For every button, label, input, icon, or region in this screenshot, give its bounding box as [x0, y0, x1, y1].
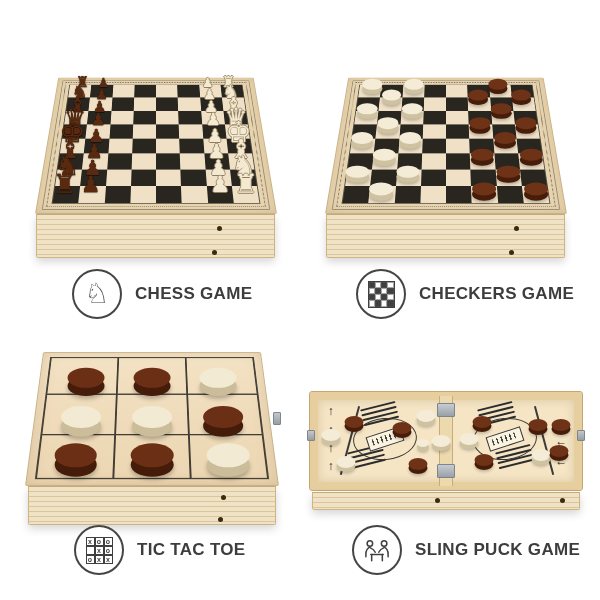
board-square: [201, 124, 226, 138]
sling-puck-brown: [552, 419, 571, 431]
tictactoe-icon-cell: x: [86, 537, 95, 546]
board-square: [107, 139, 132, 154]
board-square: [83, 139, 108, 154]
sling-puck-brown: [475, 454, 494, 466]
board-square: [78, 186, 105, 203]
board-square: [105, 169, 131, 185]
board-square: [521, 186, 549, 203]
board-square: [88, 98, 111, 111]
metal-clasp: [307, 430, 315, 441]
board-square: [370, 169, 396, 185]
board-square: [104, 186, 130, 203]
board-square: [378, 98, 401, 111]
board-square: [131, 139, 155, 154]
board-square: [180, 169, 206, 185]
box-hole: [560, 498, 565, 503]
board-square: [156, 186, 182, 203]
board-square: [519, 169, 546, 185]
board-square: [354, 111, 378, 125]
checkers-caption-label: CHECKERS GAME: [419, 284, 574, 304]
metal-clasp: [577, 430, 585, 441]
board-square: [488, 85, 511, 98]
right-goal-line: [534, 406, 554, 475]
board-square: [180, 154, 205, 170]
board-square: [421, 154, 446, 170]
board-square: [68, 85, 91, 98]
board-square: [491, 124, 516, 138]
board-square: [420, 169, 445, 185]
board-square: [181, 186, 207, 203]
sling-puck-brown: [393, 422, 412, 434]
chess-board-surface: [35, 78, 277, 214]
tictactoe-board-tilt: [22, 336, 282, 488]
board-square: [224, 124, 249, 138]
board-square: [156, 169, 181, 185]
two-players-at-table-icon: [352, 525, 402, 575]
board-square: [468, 111, 491, 125]
board-square: [446, 124, 469, 138]
board-square: [112, 85, 134, 98]
board-square: [401, 98, 424, 111]
board-square: [229, 169, 256, 185]
box-hole: [218, 517, 223, 522]
board-square: [178, 124, 202, 138]
board-square: [421, 139, 445, 154]
board-square: [202, 139, 227, 154]
board-square: [395, 169, 421, 185]
sling-puck-brown: [529, 419, 548, 431]
checkerboard-icon: [356, 269, 406, 319]
board-square: [358, 85, 381, 98]
board-square: [422, 124, 445, 138]
board-square: [52, 186, 80, 203]
tictactoe-cell: [36, 434, 115, 478]
board-square: [178, 111, 201, 125]
board-square: [220, 85, 243, 98]
slingpuck-board-surface: ↑↑↑↑←←←: [310, 392, 582, 490]
sling-puck-white: [531, 449, 550, 461]
board-square: [156, 98, 178, 111]
up-arrow-icon: ↑: [328, 459, 334, 473]
tictactoe-caption: xooxooxx TIC TAC TOE: [74, 524, 245, 576]
board-square: [396, 154, 421, 170]
board-square: [59, 139, 85, 154]
board-square: [446, 111, 469, 125]
sling-puck-white: [321, 429, 340, 441]
tictactoe-icon-cell: x: [104, 555, 113, 564]
board-square: [177, 85, 199, 98]
tictactoe-board-photo: [22, 336, 282, 526]
board-square: [132, 124, 155, 138]
board-square: [470, 169, 496, 185]
board-square: [198, 85, 221, 98]
board-square: [516, 139, 542, 154]
board-square: [200, 111, 224, 125]
checkers-board-surface: [325, 78, 567, 214]
board-square: [356, 98, 380, 111]
checkers-board-tilt: [318, 46, 573, 216]
tictactoe-cell: [113, 434, 190, 478]
board-square: [420, 186, 446, 203]
board-square: [206, 186, 233, 203]
board-square: [471, 186, 497, 203]
board-square: [199, 98, 222, 111]
up-arrow-icon: ↑: [328, 404, 334, 418]
board-square: [470, 154, 495, 170]
tictactoe-icon-cell: x: [95, 546, 104, 555]
board-square: [446, 154, 471, 170]
board-square: [134, 85, 156, 98]
board-square: [66, 98, 90, 111]
slingpuck-caption-label: SLING PUCK GAME: [415, 540, 580, 560]
board-square: [402, 85, 424, 98]
tictactoe-icon-cell: x: [95, 555, 104, 564]
board-square: [111, 98, 134, 111]
board-square: [373, 139, 398, 154]
board-square: [133, 98, 155, 111]
board-square: [177, 98, 200, 111]
board-square: [468, 124, 492, 138]
board-square: [352, 124, 377, 138]
board-square: [495, 169, 521, 185]
board-square: [446, 139, 470, 154]
up-arrow-icon: ↑: [328, 441, 334, 455]
board-square: [228, 154, 254, 170]
tictactoe-icon-cell: [86, 546, 95, 555]
tictactoe-board-surface: [25, 352, 279, 486]
sling-puck-white: [460, 433, 479, 445]
sling-puck-white: [431, 435, 450, 447]
checkers-box-front: [326, 214, 565, 258]
checkers-board-photo: [318, 46, 573, 258]
board-square: [446, 98, 468, 111]
chess-box-front: [36, 214, 275, 258]
tictactoe-caption-label: TIC TAC TOE: [137, 540, 245, 560]
sling-puck-brown: [344, 416, 363, 428]
board-square: [518, 154, 544, 170]
sling-puck-white: [417, 439, 429, 447]
board-square: [204, 154, 230, 170]
board-square: [423, 98, 445, 111]
board-square: [490, 111, 514, 125]
board-square: [226, 139, 252, 154]
board-square: [399, 124, 423, 138]
tictactoe-cell: [115, 394, 189, 434]
board-square: [221, 98, 245, 111]
board-square: [467, 98, 490, 111]
board-square: [489, 98, 512, 111]
board-square: [205, 169, 231, 185]
metal-clasp: [273, 412, 281, 425]
board-square: [156, 85, 178, 98]
chess-board-photo: ♜♞♝♛♚♝♞♜♟♟♟♟♟♟♟♟♟♟♟♟♟♟♟♟♜♞♝♛♚♝♞♜: [28, 46, 283, 258]
board-square: [375, 124, 400, 138]
tictactoe-icon-cell: o: [104, 546, 113, 555]
tictactoe-cell: [189, 434, 268, 478]
box-hole: [221, 495, 226, 500]
box-hole: [509, 250, 514, 255]
board-square: [80, 169, 106, 185]
board-square: [394, 186, 420, 203]
board-square: [55, 169, 82, 185]
board-square: [130, 186, 156, 203]
slingpuck-caption: SLING PUCK GAME: [352, 524, 580, 576]
board-square: [496, 186, 523, 203]
board-square: [110, 111, 133, 125]
two-players-at-table-glyph: [361, 537, 393, 564]
chess-caption-label: CHESS GAME: [135, 284, 252, 304]
tictactoe-icon-cell: o: [86, 555, 95, 564]
knight-icon: ♘: [72, 269, 122, 319]
checkerboard-icon-cell: [387, 300, 393, 306]
board-square: [179, 139, 204, 154]
tictactoe-cell: [117, 358, 187, 395]
board-square: [156, 124, 179, 138]
board-square: [347, 154, 373, 170]
chess-caption: ♘ CHESS GAME: [72, 268, 252, 320]
sling-puck-brown: [549, 445, 568, 457]
board-square: [514, 124, 539, 138]
sling-puck-brown: [408, 458, 427, 470]
slingpuck-playfield: ↑↑↑↑←←←: [318, 400, 574, 482]
board-square: [492, 139, 517, 154]
board-square: [82, 154, 108, 170]
box-hole: [217, 226, 222, 231]
board-square: [106, 154, 131, 170]
board-square: [223, 111, 247, 125]
board-square: [446, 186, 472, 203]
board-square: [423, 111, 446, 125]
board-square: [130, 169, 155, 185]
sling-puck-white: [337, 456, 356, 468]
board-square: [469, 139, 494, 154]
tictactoe-grid-icon: xooxooxx: [74, 525, 124, 575]
board-square: [85, 124, 110, 138]
tictactoe-cell: [187, 394, 262, 434]
tictactoe-cell: [46, 358, 118, 395]
tictactoe-grid: [36, 358, 268, 479]
board-square: [380, 85, 403, 98]
board-square: [511, 98, 535, 111]
chess-board-tilt: [28, 46, 283, 216]
knight-glyph: ♘: [84, 280, 109, 308]
board-square: [57, 154, 83, 170]
board-square: [62, 124, 87, 138]
sling-puck-white: [416, 410, 435, 422]
board-square: [131, 154, 156, 170]
tictactoe-icon-cell: o: [95, 537, 104, 546]
chess-grid: [51, 85, 260, 204]
box-hole: [514, 226, 519, 231]
checkers-grid: [341, 85, 550, 204]
board-square: [400, 111, 423, 125]
box-hole: [435, 498, 440, 503]
board-square: [446, 85, 468, 98]
circle-banner: [485, 426, 524, 451]
board-square: [156, 154, 181, 170]
board-square: [467, 85, 489, 98]
board-square: [368, 186, 395, 203]
hinge: [437, 403, 455, 417]
board-square: [87, 111, 111, 125]
board-square: [372, 154, 398, 170]
board-square: [349, 139, 375, 154]
checkers-caption: CHECKERS GAME: [356, 268, 574, 320]
board-square: [156, 111, 179, 125]
tictactoe-box-front: [28, 486, 276, 525]
board-square: [446, 169, 471, 185]
board-square: [377, 111, 401, 125]
slingpuck-box-front: [312, 492, 580, 510]
board-square: [133, 111, 156, 125]
board-square: [513, 111, 537, 125]
board-square: [109, 124, 133, 138]
board-square: [90, 85, 113, 98]
tictactoe-icon-cell: o: [104, 537, 113, 546]
board-square: [64, 111, 88, 125]
board-square: [342, 186, 370, 203]
board-square: [397, 139, 422, 154]
board-square: [156, 139, 180, 154]
board-square: [231, 186, 259, 203]
tictactoe-cell: [41, 394, 116, 434]
board-square: [510, 85, 533, 98]
checkerboard-icon-grid: [368, 281, 395, 308]
box-hole: [212, 250, 217, 255]
sling-puck-brown: [472, 416, 491, 428]
board-square: [494, 154, 520, 170]
board-square: [424, 85, 446, 98]
hinge: [437, 464, 455, 478]
slingpuck-board-photo: ↑↑↑↑←←←: [310, 386, 582, 512]
board-square: [345, 169, 372, 185]
tictactoe-icon-grid: xooxooxx: [86, 537, 113, 564]
tictactoe-cell: [186, 358, 258, 395]
